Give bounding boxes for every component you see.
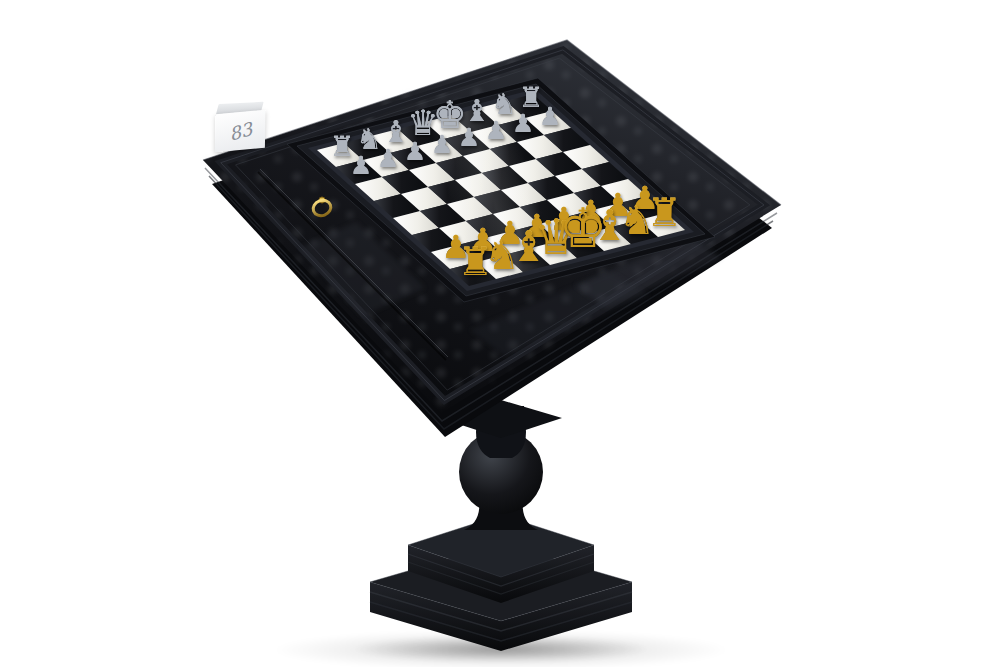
chess-table-photo: ♜♞♝♛♚♝♞♜♟♟♟♟♟♟♟♟♟♟♟♟♟♟♟♟♜♞♝♛♚♝♞♜ 83 bbox=[0, 0, 1000, 667]
tag-face: 83 bbox=[215, 110, 266, 152]
table-illustration bbox=[0, 0, 1000, 667]
tag-number: 83 bbox=[227, 118, 253, 145]
inventory-tag: 83 bbox=[214, 102, 266, 153]
